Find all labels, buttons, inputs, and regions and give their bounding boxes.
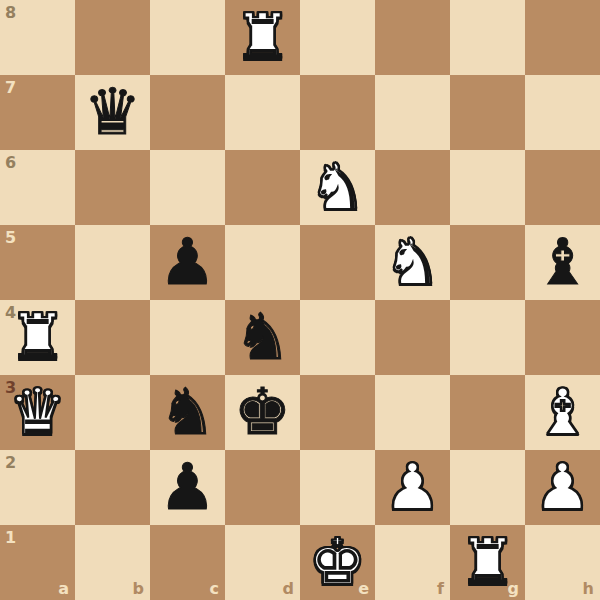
square-d6[interactable]	[225, 150, 300, 225]
square-e4[interactable]	[300, 300, 375, 375]
square-h5[interactable]: ♝	[525, 225, 600, 300]
square-c7[interactable]	[150, 75, 225, 150]
piece-black-bishop[interactable]: ♝	[525, 225, 600, 300]
square-e3[interactable]	[300, 375, 375, 450]
piece-white-bishop[interactable]: ♝	[525, 375, 600, 450]
square-f2[interactable]: ♟	[375, 450, 450, 525]
piece-white-rook[interactable]: ♜	[450, 525, 525, 600]
square-h1[interactable]: h	[525, 525, 600, 600]
square-c1[interactable]: c	[150, 525, 225, 600]
square-g6[interactable]	[450, 150, 525, 225]
piece-black-knight[interactable]: ♞	[225, 300, 300, 375]
rank-label-8: 8	[5, 5, 16, 21]
square-e5[interactable]	[300, 225, 375, 300]
piece-white-knight[interactable]: ♞	[375, 225, 450, 300]
square-g2[interactable]	[450, 450, 525, 525]
square-g3[interactable]	[450, 375, 525, 450]
square-f5[interactable]: ♞	[375, 225, 450, 300]
square-g5[interactable]	[450, 225, 525, 300]
square-f3[interactable]	[375, 375, 450, 450]
square-g4[interactable]	[450, 300, 525, 375]
file-label-h: h	[583, 581, 594, 597]
rank-label-7: 7	[5, 80, 16, 96]
square-d2[interactable]	[225, 450, 300, 525]
square-a3[interactable]: 3♛	[0, 375, 75, 450]
square-d8[interactable]: ♜	[225, 0, 300, 75]
square-b6[interactable]	[75, 150, 150, 225]
square-a6[interactable]: 6	[0, 150, 75, 225]
square-c4[interactable]	[150, 300, 225, 375]
square-e1[interactable]: e♚	[300, 525, 375, 600]
piece-white-rook[interactable]: ♜	[0, 300, 75, 375]
square-f4[interactable]	[375, 300, 450, 375]
square-a8[interactable]: 8	[0, 0, 75, 75]
file-label-f: f	[437, 581, 444, 597]
file-label-c: c	[210, 581, 219, 597]
square-c8[interactable]	[150, 0, 225, 75]
square-c6[interactable]	[150, 150, 225, 225]
square-d4[interactable]: ♞	[225, 300, 300, 375]
piece-black-queen[interactable]: ♛	[75, 75, 150, 150]
square-h8[interactable]	[525, 0, 600, 75]
square-b2[interactable]	[75, 450, 150, 525]
square-d3[interactable]: ♚	[225, 375, 300, 450]
square-f6[interactable]	[375, 150, 450, 225]
piece-white-rook[interactable]: ♜	[225, 0, 300, 75]
square-h7[interactable]	[525, 75, 600, 150]
square-b5[interactable]	[75, 225, 150, 300]
rank-label-6: 6	[5, 155, 16, 171]
square-e2[interactable]	[300, 450, 375, 525]
square-f1[interactable]: f	[375, 525, 450, 600]
square-d7[interactable]	[225, 75, 300, 150]
square-h4[interactable]	[525, 300, 600, 375]
square-a1[interactable]: 1a	[0, 525, 75, 600]
square-h2[interactable]: ♟	[525, 450, 600, 525]
file-label-d: d	[283, 581, 294, 597]
square-g8[interactable]	[450, 0, 525, 75]
piece-white-pawn[interactable]: ♟	[525, 450, 600, 525]
piece-black-king[interactable]: ♚	[225, 375, 300, 450]
square-a7[interactable]: 7	[0, 75, 75, 150]
piece-black-pawn[interactable]: ♟	[150, 450, 225, 525]
square-f7[interactable]	[375, 75, 450, 150]
square-d1[interactable]: d	[225, 525, 300, 600]
square-a4[interactable]: 4♜	[0, 300, 75, 375]
square-c2[interactable]: ♟	[150, 450, 225, 525]
square-e6[interactable]: ♞	[300, 150, 375, 225]
square-g7[interactable]	[450, 75, 525, 150]
square-c5[interactable]: ♟	[150, 225, 225, 300]
rank-label-1: 1	[5, 530, 16, 546]
square-f8[interactable]	[375, 0, 450, 75]
piece-white-queen[interactable]: ♛	[0, 375, 75, 450]
square-e7[interactable]	[300, 75, 375, 150]
square-b3[interactable]	[75, 375, 150, 450]
square-b7[interactable]: ♛	[75, 75, 150, 150]
piece-white-pawn[interactable]: ♟	[375, 450, 450, 525]
square-c3[interactable]: ♞	[150, 375, 225, 450]
square-a5[interactable]: 5	[0, 225, 75, 300]
square-a2[interactable]: 2	[0, 450, 75, 525]
file-label-b: b	[133, 581, 144, 597]
piece-black-knight[interactable]: ♞	[150, 375, 225, 450]
square-h6[interactable]	[525, 150, 600, 225]
piece-black-pawn[interactable]: ♟	[150, 225, 225, 300]
square-d5[interactable]	[225, 225, 300, 300]
square-h3[interactable]: ♝	[525, 375, 600, 450]
rank-label-5: 5	[5, 230, 16, 246]
piece-white-king[interactable]: ♚	[300, 525, 375, 600]
square-g1[interactable]: g♜	[450, 525, 525, 600]
rank-label-2: 2	[5, 455, 16, 471]
piece-white-knight[interactable]: ♞	[300, 150, 375, 225]
square-b4[interactable]	[75, 300, 150, 375]
square-e8[interactable]	[300, 0, 375, 75]
square-b1[interactable]: b	[75, 525, 150, 600]
file-label-a: a	[58, 581, 69, 597]
square-b8[interactable]	[75, 0, 150, 75]
chess-board: 8♜7♛6♞5♟♞♝4♜♞3♛♞♚♝2♟♟♟1abcde♚fg♜h	[0, 0, 600, 600]
